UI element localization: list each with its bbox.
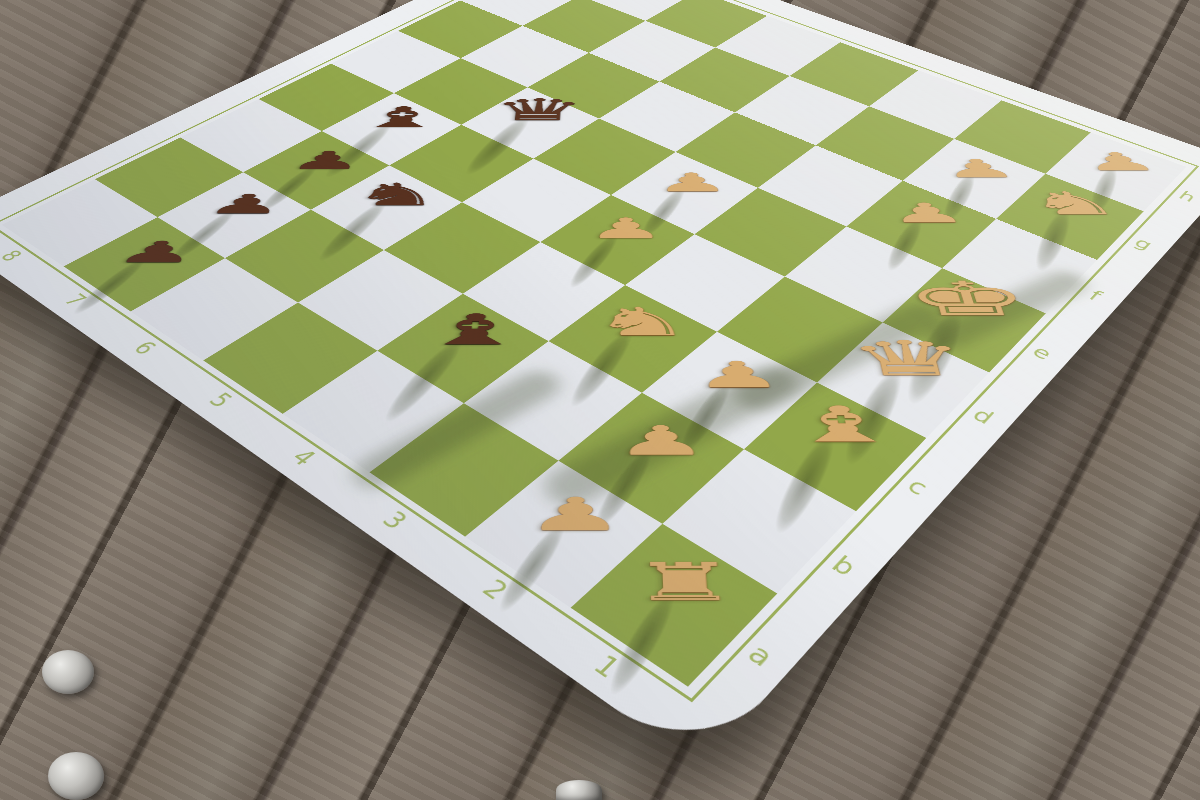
chess-photo-scene: 12345678abcdefgh ♝♟♟♟♛♞♟♟♝♞♟♟♟♟♟♟♞♚♛♝♜: [0, 0, 1200, 800]
rank-label-6: 6: [129, 338, 161, 358]
piece-white-pawn-f2: ♟: [885, 199, 970, 226]
piece-black-pawn-b7: ♟: [203, 191, 289, 218]
rank-label-7: 7: [60, 291, 91, 309]
rank-label-1: 1: [588, 651, 625, 683]
piece-white-knight-c3: ♞: [592, 302, 694, 341]
file-label-a: a: [743, 640, 778, 671]
piece-black-bishop-b4: ♝: [418, 309, 530, 351]
file-label-b: b: [827, 552, 860, 580]
piece-white-pawn-a2: ♟: [524, 491, 625, 536]
file-label-g: g: [1131, 236, 1155, 252]
rank-label-2: 2: [477, 576, 513, 605]
piece-black-knight-c6: ♞: [349, 179, 444, 210]
piece-white-queen-d1: ♛: [844, 335, 975, 383]
piece-black-bishop-d7: ♝: [354, 103, 447, 131]
piece-white-king-e1: ♚: [900, 275, 1038, 322]
piece-white-pawn-c2: ♟: [692, 357, 785, 393]
file-label-d: d: [968, 405, 997, 427]
file-label-h: h: [1176, 189, 1199, 204]
piece-black-pawn-a7: ♟: [111, 237, 203, 266]
rank-label-4: 4: [287, 446, 321, 469]
rank-label-3: 3: [377, 508, 412, 534]
rank-label-8: 8: [0, 248, 26, 265]
piece-white-knight-g1: ♞: [1022, 188, 1126, 219]
deck-screw: [556, 780, 602, 800]
piece-black-pawn-c7: ♟: [286, 148, 366, 172]
piece-white-pawn-g2: ♟: [938, 156, 1021, 181]
piece-white-bishop-c1: ♝: [781, 400, 906, 449]
deck-screw: [48, 752, 104, 800]
file-label-c: c: [903, 475, 932, 498]
board-perspective-wrapper: 12345678abcdefgh ♝♟♟♟♛♞♟♟♝♞♟♟♟♟♟♟♞♚♛♝♜: [0, 0, 1200, 800]
file-label-e: e: [1028, 343, 1055, 363]
piece-white-pawn-b2: ♟: [614, 420, 709, 461]
piece-white-pawn-d4: ♟: [587, 214, 666, 242]
piece-white-pawn-h1: ♟: [1077, 149, 1163, 174]
piece-white-rook-a1: ♜: [630, 556, 741, 608]
chess-mat: 12345678abcdefgh ♝♟♟♟♛♞♟♟♝♞♟♟♟♟♟♟♞♚♛♝♜: [0, 0, 1200, 769]
piece-black-queen-e6: ♛: [490, 95, 586, 125]
deck-screw: [42, 650, 94, 694]
file-label-f: f: [1085, 288, 1104, 303]
rank-label-5: 5: [204, 390, 237, 411]
piece-white-pawn-e4: ♟: [654, 170, 730, 196]
